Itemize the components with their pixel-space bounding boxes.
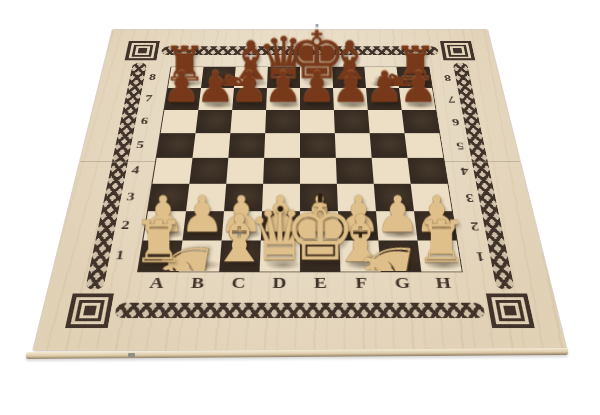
file-label-d: D bbox=[259, 275, 300, 291]
pieces-layer: ♜♞♝♛♚♝♞♜♟♟♟♟♟♟♟♟♟♟♟♟♟♟♟♟♜♞♝♛♚♝♞♜ bbox=[138, 67, 461, 271]
rank-label-left-7: 7 bbox=[137, 88, 160, 110]
piece-white-king-e1[interactable]: ♚ bbox=[300, 240, 340, 271]
file-label-c: C bbox=[218, 275, 260, 291]
rank-label-left-4: 4 bbox=[123, 158, 148, 184]
rank-label-right-8: 8 bbox=[437, 67, 459, 88]
rook-icon: ♜ bbox=[391, 214, 492, 269]
braid-border-bottom bbox=[114, 303, 485, 318]
rank-label-left-8: 8 bbox=[141, 67, 163, 88]
piece-white-rook-a1[interactable]: ♜ bbox=[138, 240, 182, 271]
corner-motif-bottom-left bbox=[65, 293, 114, 328]
piece-white-rook-h1[interactable]: ♜ bbox=[418, 240, 462, 271]
piece-black-pawn-h7[interactable]: ♟ bbox=[399, 88, 436, 110]
rank-label-right-6: 6 bbox=[444, 110, 467, 133]
king-icon: ♚ bbox=[270, 193, 371, 270]
file-label-g: G bbox=[381, 275, 423, 291]
corner-motif-bottom-right bbox=[486, 293, 535, 328]
file-label-e: E bbox=[300, 275, 341, 291]
rook-icon: ♜ bbox=[108, 214, 209, 269]
piece-white-bishop-c1[interactable]: ♝ bbox=[219, 240, 261, 271]
file-label-f: F bbox=[341, 275, 383, 291]
hinge-pin bbox=[128, 353, 135, 357]
rank-label-left-5: 5 bbox=[128, 133, 152, 158]
file-label-h: H bbox=[422, 275, 465, 291]
file-label-a: A bbox=[135, 275, 178, 291]
chess-board: ABCDEFGH8765432187654321 ♜♞♝♛♚♝♞♜♟♟♟♟♟♟♟… bbox=[33, 30, 566, 351]
photo-canvas: ABCDEFGH8765432187654321 ♜♞♝♛♚♝♞♜♟♟♟♟♟♟♟… bbox=[0, 0, 600, 415]
rank-label-left-6: 6 bbox=[133, 110, 156, 133]
file-label-b: B bbox=[176, 275, 218, 291]
